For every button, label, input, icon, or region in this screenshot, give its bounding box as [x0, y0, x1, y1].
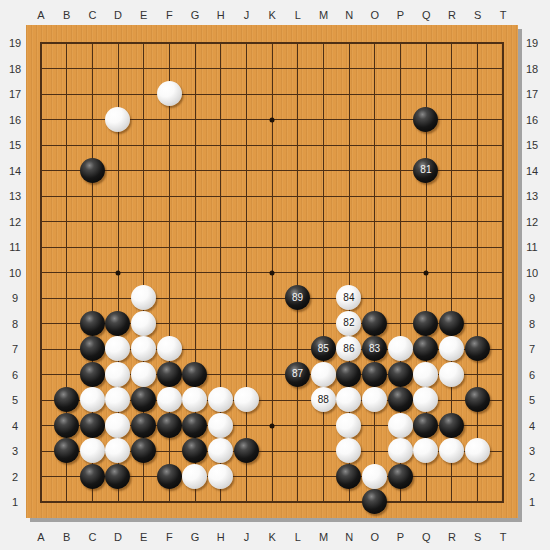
white-stone-N5[interactable] [336, 387, 361, 412]
coordinate-label: B [56, 530, 78, 544]
white-stone-H3[interactable] [208, 438, 233, 463]
coordinate-label: G [184, 8, 206, 22]
coordinate-label: 16 [521, 113, 543, 127]
white-stone-P7[interactable] [388, 336, 413, 361]
coordinate-label: 19 [521, 36, 543, 50]
coordinate-label: O [364, 8, 386, 22]
coordinate-label: F [158, 8, 180, 22]
white-stone-P4[interactable] [388, 413, 413, 438]
coordinate-label: 14 [4, 164, 26, 178]
move-number: 85 [318, 344, 329, 354]
white-stone-D16[interactable] [105, 107, 130, 132]
coordinate-label: C [81, 530, 103, 544]
coordinate-label: P [390, 530, 412, 544]
coordinate-label: S [467, 8, 489, 22]
black-stone-R8[interactable] [439, 311, 464, 336]
black-stone-R4[interactable] [439, 413, 464, 438]
white-stone-F5[interactable] [157, 387, 182, 412]
black-stone-O8[interactable] [362, 311, 387, 336]
coordinate-label: E [133, 8, 155, 22]
black-stone-M7[interactable]: 85 [311, 336, 336, 361]
black-stone-Q16[interactable] [413, 107, 438, 132]
white-stone-R7[interactable] [439, 336, 464, 361]
coordinate-label: M [312, 8, 334, 22]
black-stone-F6[interactable] [157, 362, 182, 387]
coordinate-label: 8 [4, 317, 26, 331]
coordinate-label: 12 [4, 215, 26, 229]
coordinate-label: N [338, 530, 360, 544]
white-stone-H4[interactable] [208, 413, 233, 438]
black-stone-J3[interactable] [234, 438, 259, 463]
white-stone-G5[interactable] [182, 387, 207, 412]
move-number: 82 [343, 318, 354, 328]
coordinate-label: 15 [521, 138, 543, 152]
move-number: 89 [292, 293, 303, 303]
move-number: 81 [420, 165, 431, 175]
white-stone-N9[interactable]: 84 [336, 285, 361, 310]
white-stone-E8[interactable] [131, 311, 156, 336]
white-stone-D7[interactable] [105, 336, 130, 361]
black-stone-F2[interactable] [157, 464, 182, 489]
black-stone-O6[interactable] [362, 362, 387, 387]
coordinate-label: 10 [4, 266, 26, 280]
black-stone-C6[interactable] [80, 362, 105, 387]
stone-grid[interactable]: 818984828586838788 [28, 30, 516, 515]
black-stone-G3[interactable] [182, 438, 207, 463]
black-stone-C7[interactable] [80, 336, 105, 361]
coordinate-label: 17 [521, 87, 543, 101]
move-number: 86 [343, 344, 354, 354]
coordinate-label: R [441, 8, 463, 22]
white-stone-D4[interactable] [105, 413, 130, 438]
go-diagram-frame: 818984828586838788 AABBCCDDEEFFGGHHJJKKL… [0, 0, 550, 550]
coordinate-label: 1 [4, 495, 26, 509]
white-stone-C3[interactable] [80, 438, 105, 463]
coordinate-label: D [107, 8, 129, 22]
coordinate-label: C [81, 8, 103, 22]
coordinate-label: 16 [4, 113, 26, 127]
coordinate-label: 12 [521, 215, 543, 229]
coordinate-label: T [492, 530, 514, 544]
coordinate-label: J [235, 8, 257, 22]
white-stone-R3[interactable] [439, 438, 464, 463]
coordinate-label: R [441, 530, 463, 544]
white-stone-F17[interactable] [157, 81, 182, 106]
coordinate-label: G [184, 530, 206, 544]
white-stone-Q3[interactable] [413, 438, 438, 463]
move-number: 88 [318, 395, 329, 405]
black-stone-G4[interactable] [182, 413, 207, 438]
coordinate-label: 13 [4, 189, 26, 203]
coordinate-label: E [133, 530, 155, 544]
coordinate-label: 7 [521, 342, 543, 356]
coordinate-label: L [287, 8, 309, 22]
white-stone-M5[interactable]: 88 [311, 387, 336, 412]
black-stone-C2[interactable] [80, 464, 105, 489]
coordinate-label: 9 [4, 291, 26, 305]
coordinate-label: N [338, 8, 360, 22]
coordinate-label: H [210, 8, 232, 22]
coordinate-label: 3 [521, 444, 543, 458]
coordinate-label: H [210, 530, 232, 544]
coordinate-label: Q [415, 8, 437, 22]
black-stone-L6[interactable]: 87 [285, 362, 310, 387]
coordinate-label: 5 [521, 393, 543, 407]
coordinate-label: 6 [4, 368, 26, 382]
black-stone-C8[interactable] [80, 311, 105, 336]
black-stone-S7[interactable] [465, 336, 490, 361]
black-stone-C14[interactable] [80, 158, 105, 183]
black-stone-Q4[interactable] [413, 413, 438, 438]
coordinate-label: J [235, 530, 257, 544]
move-number: 83 [369, 344, 380, 354]
black-stone-E4[interactable] [131, 413, 156, 438]
coordinate-label: 4 [4, 419, 26, 433]
coordinate-label: 2 [4, 470, 26, 484]
black-stone-Q8[interactable] [413, 311, 438, 336]
coordinate-label: 3 [4, 444, 26, 458]
black-stone-F4[interactable] [157, 413, 182, 438]
coordinate-label: 2 [521, 470, 543, 484]
white-stone-N7[interactable]: 86 [336, 336, 361, 361]
black-stone-D2[interactable] [105, 464, 130, 489]
black-stone-B5[interactable] [54, 387, 79, 412]
white-stone-Q5[interactable] [413, 387, 438, 412]
coordinate-label: 4 [521, 419, 543, 433]
white-stone-F7[interactable] [157, 336, 182, 361]
black-stone-N2[interactable] [336, 464, 361, 489]
coordinate-label: 13 [521, 189, 543, 203]
coordinate-label: 9 [521, 291, 543, 305]
coordinate-label: 1 [521, 495, 543, 509]
white-stone-Q6[interactable] [413, 362, 438, 387]
coordinate-label: 5 [4, 393, 26, 407]
black-stone-E5[interactable] [131, 387, 156, 412]
black-stone-Q14[interactable]: 81 [413, 158, 438, 183]
white-stone-N4[interactable] [336, 413, 361, 438]
move-number: 84 [343, 293, 354, 303]
black-stone-C4[interactable] [80, 413, 105, 438]
white-stone-N8[interactable]: 82 [336, 311, 361, 336]
white-stone-E6[interactable] [131, 362, 156, 387]
black-stone-S5[interactable] [465, 387, 490, 412]
white-stone-D3[interactable] [105, 438, 130, 463]
coordinate-label: M [312, 530, 334, 544]
white-stone-S3[interactable] [465, 438, 490, 463]
coordinate-label: S [467, 530, 489, 544]
goban[interactable]: 818984828586838788 [26, 25, 518, 518]
white-stone-M6[interactable] [311, 362, 336, 387]
white-stone-E9[interactable] [131, 285, 156, 310]
white-stone-N3[interactable] [336, 438, 361, 463]
black-stone-O1[interactable] [362, 489, 387, 514]
black-stone-B4[interactable] [54, 413, 79, 438]
coordinate-label: P [390, 8, 412, 22]
coordinate-label: T [492, 8, 514, 22]
black-stone-E3[interactable] [131, 438, 156, 463]
coordinate-label: A [30, 530, 52, 544]
coordinate-label: A [30, 8, 52, 22]
coordinate-label: 18 [4, 62, 26, 76]
coordinate-label: 18 [521, 62, 543, 76]
coordinate-label: F [158, 530, 180, 544]
black-stone-B3[interactable] [54, 438, 79, 463]
coordinate-label: L [287, 530, 309, 544]
coordinate-label: K [261, 8, 283, 22]
coordinate-label: K [261, 530, 283, 544]
coordinate-label: 15 [4, 138, 26, 152]
coordinate-label: 11 [521, 240, 543, 254]
white-stone-D5[interactable] [105, 387, 130, 412]
black-stone-G6[interactable] [182, 362, 207, 387]
white-stone-J5[interactable] [234, 387, 259, 412]
black-stone-D8[interactable] [105, 311, 130, 336]
white-stone-G2[interactable] [182, 464, 207, 489]
black-stone-P2[interactable] [388, 464, 413, 489]
white-stone-P3[interactable] [388, 438, 413, 463]
white-stone-D6[interactable] [105, 362, 130, 387]
black-stone-L9[interactable]: 89 [285, 285, 310, 310]
coordinate-label: 11 [4, 240, 26, 254]
coordinate-label: D [107, 530, 129, 544]
coordinate-label: 10 [521, 266, 543, 280]
coordinate-label: 17 [4, 87, 26, 101]
black-stone-O7[interactable]: 83 [362, 336, 387, 361]
white-stone-O2[interactable] [362, 464, 387, 489]
black-stone-P5[interactable] [388, 387, 413, 412]
coordinate-label: 8 [521, 317, 543, 331]
coordinate-label: Q [415, 530, 437, 544]
coordinate-label: 6 [521, 368, 543, 382]
white-stone-H2[interactable] [208, 464, 233, 489]
black-stone-Q7[interactable] [413, 336, 438, 361]
move-number: 87 [292, 369, 303, 379]
white-stone-O5[interactable] [362, 387, 387, 412]
coordinate-label: 7 [4, 342, 26, 356]
coordinate-label: 14 [521, 164, 543, 178]
coordinate-label: O [364, 530, 386, 544]
white-stone-H5[interactable] [208, 387, 233, 412]
coordinate-label: 19 [4, 36, 26, 50]
black-stone-N6[interactable] [336, 362, 361, 387]
black-stone-P6[interactable] [388, 362, 413, 387]
white-stone-R6[interactable] [439, 362, 464, 387]
white-stone-E7[interactable] [131, 336, 156, 361]
white-stone-C5[interactable] [80, 387, 105, 412]
coordinate-label: B [56, 8, 78, 22]
